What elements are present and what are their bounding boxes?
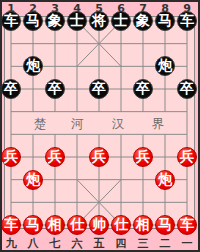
piece-black-chariot[interactable]: 车 <box>177 11 197 31</box>
file-label-bottom: 一 <box>176 237 198 250</box>
piece-black-soldier[interactable]: 卒 <box>1 79 21 99</box>
board-intersection[interactable] <box>154 191 176 214</box>
board-intersection[interactable] <box>88 100 110 123</box>
file-label-bottom: 六 <box>66 237 88 250</box>
piece-red-chariot[interactable]: 车 <box>1 215 21 235</box>
board-intersection[interactable] <box>44 32 66 55</box>
piece-red-cannon[interactable]: 炮 <box>155 170 175 190</box>
board-intersection[interactable] <box>176 100 198 123</box>
piece-red-horse[interactable]: 马 <box>23 215 43 235</box>
board-intersection[interactable] <box>88 32 110 55</box>
board-intersection[interactable] <box>110 55 132 78</box>
board-intersection[interactable] <box>132 100 154 123</box>
board-intersection[interactable] <box>132 55 154 78</box>
file-label-bottom: 五 <box>88 237 110 250</box>
board-intersection[interactable]: 仕 <box>66 214 88 237</box>
board-intersection[interactable] <box>132 32 154 55</box>
board-intersection[interactable] <box>66 55 88 78</box>
piece-black-soldier[interactable]: 卒 <box>89 79 109 99</box>
board-intersection[interactable] <box>66 32 88 55</box>
board-intersection[interactable] <box>0 191 22 214</box>
piece-red-advisor[interactable]: 仕 <box>111 215 131 235</box>
board-intersection[interactable] <box>110 123 132 146</box>
board-intersection[interactable] <box>22 32 44 55</box>
board-intersection[interactable]: 兵 <box>132 146 154 169</box>
board-intersection[interactable] <box>22 123 44 146</box>
board-intersection[interactable]: 马 <box>154 10 176 33</box>
file-label-bottom: 九 <box>0 237 22 250</box>
piece-red-chariot[interactable]: 车 <box>177 215 197 235</box>
board-intersection[interactable] <box>176 168 198 191</box>
board-intersection[interactable] <box>0 123 22 146</box>
board-intersection[interactable]: 仕 <box>110 214 132 237</box>
board-intersection[interactable] <box>44 168 66 191</box>
board-intersection[interactable]: 兵 <box>176 146 198 169</box>
board-intersection[interactable]: 马 <box>22 214 44 237</box>
piece-red-soldier[interactable]: 兵 <box>133 147 153 167</box>
file-label-bottom: 二 <box>154 237 176 250</box>
file-label-bottom: 四 <box>110 237 132 250</box>
board-intersection[interactable] <box>132 123 154 146</box>
board-intersection[interactable]: 炮 <box>22 55 44 78</box>
board-intersection[interactable]: 卒 <box>44 78 66 101</box>
board-intersection[interactable] <box>110 32 132 55</box>
piece-black-horse[interactable]: 马 <box>155 11 175 31</box>
board-intersection[interactable]: 车 <box>176 214 198 237</box>
board-intersection[interactable] <box>110 191 132 214</box>
piece-red-soldier[interactable]: 兵 <box>89 147 109 167</box>
piece-red-elephant[interactable]: 相 <box>45 215 65 235</box>
board-intersection[interactable]: 帅 <box>88 214 110 237</box>
piece-black-elephant[interactable]: 象 <box>45 11 65 31</box>
board-intersection[interactable] <box>110 146 132 169</box>
piece-black-general[interactable]: 将 <box>89 11 109 31</box>
piece-black-elephant[interactable]: 象 <box>133 11 153 31</box>
piece-red-soldier[interactable]: 兵 <box>177 147 197 167</box>
board-intersection[interactable]: 炮 <box>154 168 176 191</box>
board-intersection[interactable] <box>110 100 132 123</box>
board-intersection[interactable] <box>0 168 22 191</box>
board-intersection[interactable] <box>176 55 198 78</box>
file-label-bottom: 八 <box>22 237 44 250</box>
board-intersection[interactable]: 相 <box>132 214 154 237</box>
board-intersection[interactable] <box>0 55 22 78</box>
board-intersection[interactable] <box>88 123 110 146</box>
board-intersection[interactable] <box>154 123 176 146</box>
board-intersection[interactable] <box>22 146 44 169</box>
board-intersection[interactable] <box>176 123 198 146</box>
board-intersection[interactable] <box>66 168 88 191</box>
board-intersection[interactable] <box>44 100 66 123</box>
board-intersection[interactable]: 车 <box>0 10 22 33</box>
board-intersection[interactable] <box>66 123 88 146</box>
board-intersection[interactable]: 马 <box>22 10 44 33</box>
board-intersection[interactable] <box>88 191 110 214</box>
piece-black-cannon[interactable]: 炮 <box>23 56 43 76</box>
board-intersection[interactable]: 象 <box>44 10 66 33</box>
piece-black-soldier[interactable]: 卒 <box>133 79 153 99</box>
board-intersection[interactable]: 相 <box>44 214 66 237</box>
board-intersection[interactable]: 炮 <box>22 168 44 191</box>
board-intersection[interactable]: 兵 <box>0 146 22 169</box>
board-intersection[interactable] <box>154 100 176 123</box>
board-intersection[interactable] <box>176 32 198 55</box>
xiangqi-board: 123456789 楚河汉界 车马象士将士象马车炮炮卒卒卒卒卒兵兵兵兵兵炮炮车马… <box>2 2 198 250</box>
board-intersection[interactable]: 卒 <box>176 78 198 101</box>
piece-red-soldier[interactable]: 兵 <box>45 147 65 167</box>
board-intersection[interactable] <box>132 191 154 214</box>
board-intersection[interactable] <box>22 100 44 123</box>
board-intersection[interactable] <box>44 123 66 146</box>
board-intersection[interactable] <box>154 146 176 169</box>
board-intersection[interactable] <box>0 32 22 55</box>
board-intersection[interactable] <box>132 168 154 191</box>
piece-red-horse[interactable]: 马 <box>155 215 175 235</box>
board-intersection[interactable]: 士 <box>66 10 88 33</box>
board-intersection[interactable] <box>154 78 176 101</box>
board-intersection[interactable]: 将 <box>88 10 110 33</box>
board-intersection[interactable]: 卒 <box>132 78 154 101</box>
board-intersection[interactable] <box>66 146 88 169</box>
board-intersection[interactable] <box>44 191 66 214</box>
file-label-bottom: 三 <box>132 237 154 250</box>
board-intersection[interactable] <box>88 55 110 78</box>
piece-black-cannon[interactable]: 炮 <box>155 56 175 76</box>
board-intersection[interactable]: 卒 <box>0 78 22 101</box>
board-intersection[interactable] <box>110 78 132 101</box>
board-intersection[interactable] <box>66 78 88 101</box>
piece-black-horse[interactable]: 马 <box>23 11 43 31</box>
piece-black-advisor[interactable]: 士 <box>111 11 131 31</box>
board-intersection[interactable] <box>44 55 66 78</box>
piece-black-advisor[interactable]: 士 <box>67 11 87 31</box>
piece-black-chariot[interactable]: 车 <box>1 11 21 31</box>
board-grid: 车马象士将士象马车炮炮卒卒卒卒卒兵兵兵兵兵炮炮车马相仕帅仕相马车 <box>0 10 198 237</box>
piece-black-soldier[interactable]: 卒 <box>45 79 65 99</box>
board-intersection[interactable]: 炮 <box>154 55 176 78</box>
piece-red-cannon[interactable]: 炮 <box>23 170 43 190</box>
file-label-bottom: 七 <box>44 237 66 250</box>
board-intersection[interactable]: 兵 <box>44 146 66 169</box>
board-intersection[interactable] <box>176 191 198 214</box>
board-intersection[interactable] <box>88 168 110 191</box>
board-intersection[interactable]: 马 <box>154 214 176 237</box>
board-intersection[interactable] <box>22 78 44 101</box>
board-intersection[interactable]: 士 <box>110 10 132 33</box>
board-intersection[interactable] <box>110 168 132 191</box>
board-intersection[interactable]: 车 <box>0 214 22 237</box>
board-intersection[interactable]: 卒 <box>88 78 110 101</box>
piece-red-general[interactable]: 帅 <box>89 215 109 235</box>
board-intersection[interactable] <box>66 191 88 214</box>
board-intersection[interactable] <box>154 32 176 55</box>
piece-red-soldier[interactable]: 兵 <box>1 147 21 167</box>
board-intersection[interactable]: 车 <box>176 10 198 33</box>
piece-black-soldier[interactable]: 卒 <box>177 79 197 99</box>
xiangqi-app: 123456789 楚河汉界 车马象士将士象马车炮炮卒卒卒卒卒兵兵兵兵兵炮炮车马… <box>0 0 200 252</box>
board-intersection[interactable] <box>66 100 88 123</box>
piece-red-advisor[interactable]: 仕 <box>67 215 87 235</box>
board-intersection[interactable]: 象 <box>132 10 154 33</box>
piece-red-elephant[interactable]: 相 <box>133 215 153 235</box>
board-intersection[interactable]: 兵 <box>88 146 110 169</box>
board-intersection[interactable] <box>0 100 22 123</box>
board-intersection[interactable] <box>22 191 44 214</box>
